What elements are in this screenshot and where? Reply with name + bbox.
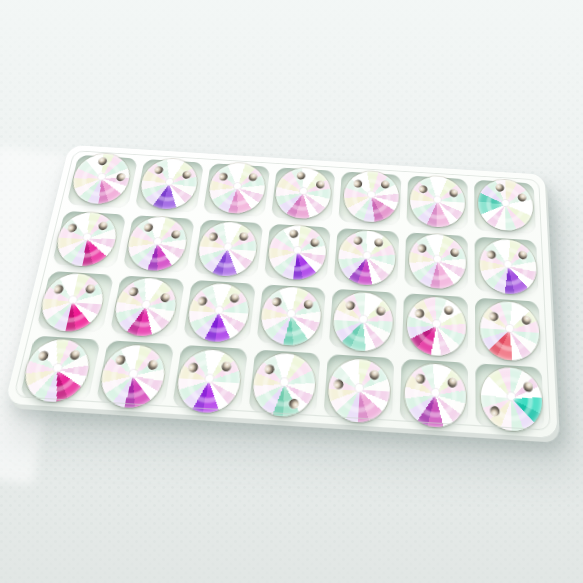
rhinestone (96, 343, 169, 409)
rhinestone (206, 162, 268, 215)
sew-hole (333, 378, 345, 390)
tray-cell (36, 271, 114, 332)
sew-hole (352, 178, 364, 189)
sew-hole (84, 283, 97, 296)
sew-hole (517, 249, 530, 261)
tray-cell (405, 232, 468, 290)
tray-cell (122, 215, 194, 272)
rhinestone (478, 178, 534, 232)
sew-hole (414, 372, 428, 386)
sew-hole (352, 235, 364, 246)
tray-cell (52, 211, 126, 268)
sew-hole (297, 171, 307, 180)
sew-hole (228, 292, 241, 305)
rhinestone (137, 157, 201, 210)
rhinestone (110, 276, 179, 337)
tray-cell (248, 349, 321, 416)
rhinestone (327, 357, 392, 424)
sew-hole (522, 380, 535, 394)
sew-hole (153, 164, 165, 175)
rhinestone (404, 362, 466, 429)
sew-hole (485, 249, 497, 261)
sew-hole (495, 183, 506, 192)
rhinestone (173, 348, 243, 414)
sew-hole (416, 242, 429, 254)
sew-hole (380, 179, 392, 190)
rhinestone (332, 291, 394, 353)
tray-cell (109, 275, 184, 337)
sew-hole (520, 314, 533, 326)
sew-hole (303, 298, 316, 311)
tray-cell (202, 163, 269, 217)
rhinestone (343, 170, 400, 224)
rhinestone (481, 366, 544, 433)
rhinestone (251, 352, 318, 418)
tray-cell (339, 171, 402, 225)
sew-hole (207, 231, 220, 243)
rhinestone (259, 285, 324, 347)
sew-hole (271, 295, 284, 308)
sew-hole (448, 188, 460, 199)
rhinestone (480, 300, 540, 362)
sew-hole (237, 231, 250, 243)
rhinestone (123, 215, 189, 272)
rhinestone (195, 220, 259, 277)
tray-cell (263, 224, 331, 282)
tray-cell (329, 289, 397, 351)
tray-cell (134, 159, 203, 213)
rhinestone (480, 238, 538, 296)
sew-hole (142, 222, 154, 233)
sew-hole (146, 358, 159, 371)
rhinestone (273, 167, 333, 221)
sew-hole (195, 295, 208, 308)
rhinestone (19, 338, 94, 404)
sew-hole (488, 404, 502, 418)
tray-cell (407, 176, 468, 230)
sew-hole (247, 172, 259, 183)
sew-hole (289, 229, 299, 239)
sew-hole (159, 292, 171, 304)
tray-cell (324, 354, 395, 421)
tray-cell (271, 167, 336, 221)
sew-hole (373, 237, 385, 249)
tray-cell (475, 298, 541, 360)
sew-hole (170, 229, 182, 240)
rhinestone (184, 282, 251, 344)
tray-cell (193, 219, 263, 277)
fabric-background (0, 0, 583, 583)
tray-cell (172, 345, 248, 411)
sew-hole (97, 220, 110, 232)
sew-hole (52, 283, 65, 296)
rhinestone (266, 224, 328, 281)
tray-cell (256, 284, 327, 346)
tray-cell (475, 237, 539, 295)
rhinestone (409, 175, 464, 229)
storage-tray (5, 145, 558, 438)
sew-hole (127, 285, 140, 298)
rhinestone (406, 295, 466, 357)
sew-hole (288, 397, 301, 411)
sew-hole (516, 192, 528, 202)
rhinestone (68, 152, 134, 205)
rhinestone (36, 272, 108, 333)
sew-hole (186, 361, 200, 375)
sew-hole (263, 363, 277, 377)
sew-hole (68, 348, 82, 362)
tray-cell (334, 228, 400, 286)
tray-grid (21, 155, 544, 423)
tray-cell (19, 336, 100, 402)
tray-cell (400, 359, 468, 426)
sew-hole (315, 179, 327, 190)
sew-hole (113, 353, 127, 367)
sew-hole (36, 349, 50, 363)
tray-cell (183, 280, 256, 342)
tray-cell (474, 180, 536, 234)
sew-hole (219, 360, 232, 374)
sew-hole (413, 307, 426, 320)
sew-hole (487, 310, 500, 323)
sew-hole (98, 157, 107, 165)
tray-cell (475, 363, 544, 430)
tray-cell (402, 293, 468, 355)
tray-cell (66, 155, 137, 209)
sew-hole (375, 305, 388, 317)
sew-hole (116, 173, 125, 181)
sew-hole (446, 376, 459, 390)
rhinestone (52, 211, 121, 268)
sew-hole (181, 170, 193, 181)
sew-hole (217, 171, 229, 182)
sew-hole (66, 222, 79, 234)
sew-hole (442, 304, 455, 317)
tray-cell (96, 340, 175, 406)
sew-hole (309, 237, 321, 248)
sew-hole (417, 184, 429, 195)
sew-hole (368, 368, 382, 382)
sew-hole (449, 247, 461, 258)
rhinestone (337, 229, 397, 287)
rhinestone (408, 233, 466, 291)
sew-hole (344, 299, 357, 312)
